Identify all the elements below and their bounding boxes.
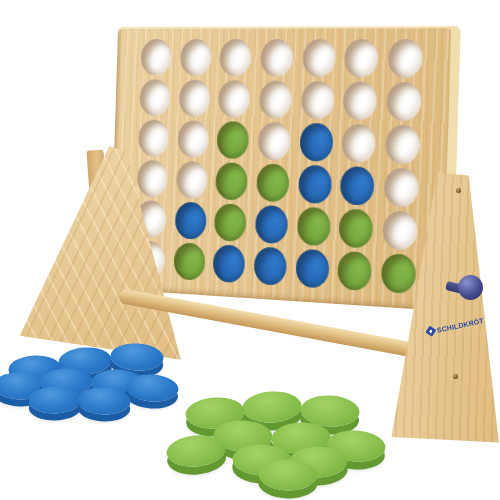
blue-disc-in-board (213, 244, 246, 283)
green-disc-in-board (381, 253, 416, 294)
board-cell-r1c7 (382, 37, 427, 80)
blue-loose-disc (125, 373, 180, 404)
board-cell-r4c3 (211, 160, 253, 203)
empty-hole (220, 39, 253, 76)
green-disc-in-board (337, 251, 372, 291)
empty-hole (383, 168, 418, 208)
empty-hole (139, 79, 170, 116)
blue-locking-knob (458, 275, 483, 300)
board-cell-r5c7 (377, 208, 422, 253)
board-cell-r1c4 (256, 37, 299, 79)
board-cell-r2c2 (174, 78, 215, 119)
blue-disc-in-board (295, 249, 329, 289)
board-cell-r6c7 (376, 251, 421, 297)
board-cell-r1c5 (297, 37, 341, 79)
connect-four-board (110, 26, 461, 312)
board-cell-r2c5 (296, 79, 340, 122)
blue-disc-in-board (175, 202, 207, 240)
board-cell-r2c6 (338, 79, 383, 122)
green-loose-disc (258, 459, 318, 491)
board-cell-r4c1 (133, 158, 173, 200)
green-loose-disc (242, 390, 303, 424)
empty-hole (343, 81, 378, 120)
empty-hole (180, 39, 212, 76)
green-disc-in-board (296, 207, 330, 246)
board-cell-r6c2 (169, 240, 210, 283)
green-disc-in-board (217, 121, 250, 159)
board-cell-r3c7 (380, 122, 425, 166)
connect-four-product-photo: SCHILDKRÖT (0, 0, 500, 500)
blue-disc-in-board (254, 247, 287, 286)
green-disc-in-board (173, 242, 205, 281)
empty-hole (385, 125, 421, 165)
board-cell-r3c5 (294, 121, 338, 164)
empty-hole (341, 124, 376, 163)
board-cell-r5c3 (210, 201, 252, 244)
screw-top (456, 188, 461, 193)
green-disc-in-board (339, 209, 374, 249)
board-cell-r2c3 (214, 78, 256, 120)
board-cell-r5c4 (250, 203, 293, 247)
green-disc-in-board (214, 203, 247, 242)
board-cell-r3c3 (212, 119, 254, 161)
empty-hole (258, 122, 291, 160)
empty-hole (386, 82, 422, 121)
blue-loose-disc (28, 386, 82, 415)
empty-hole (141, 39, 172, 75)
board-cell-r4c4 (252, 161, 295, 204)
green-disc-in-board (256, 164, 289, 203)
board-cell-r3c4 (253, 120, 296, 163)
board-cell-r3c2 (173, 118, 214, 160)
empty-hole (176, 161, 208, 199)
board-cell-r2c4 (254, 78, 297, 120)
empty-hole (382, 210, 417, 250)
empty-hole (137, 160, 168, 197)
empty-hole (260, 39, 293, 77)
board-cell-r1c1 (136, 37, 176, 78)
board-cell-r4c5 (293, 163, 337, 207)
empty-hole (344, 39, 379, 77)
blue-disc-in-board (255, 205, 288, 244)
empty-hole (218, 80, 251, 118)
board-cell-r3c6 (336, 122, 380, 166)
board-cell-r1c3 (215, 37, 257, 78)
blue-disc-in-board (340, 166, 375, 206)
board-cell-r4c6 (335, 164, 379, 208)
empty-hole (177, 120, 209, 158)
green-loose-disc (165, 433, 226, 469)
board-cell-r5c6 (334, 206, 378, 251)
board-cell-r6c3 (209, 242, 251, 286)
empty-hole (178, 80, 210, 117)
empty-hole (302, 39, 336, 77)
board-cell-r6c4 (249, 244, 292, 288)
empty-hole (259, 81, 292, 119)
empty-hole (300, 81, 334, 119)
board-cell-r1c2 (175, 37, 216, 78)
board-cell-r6c6 (333, 249, 377, 294)
green-disc-in-board (216, 162, 249, 200)
empty-hole (387, 39, 423, 78)
board-cell-r4c7 (378, 165, 423, 210)
screw-bottom (453, 374, 458, 379)
blue-disc-in-board (298, 165, 332, 204)
board-cell-r1c6 (339, 37, 384, 80)
blue-disc-in-board (299, 123, 333, 162)
board-cell-r6c5 (290, 246, 334, 291)
board-cell-r5c5 (292, 205, 336, 249)
board-cell-r3c1 (134, 117, 174, 158)
board-cell-r2c1 (135, 77, 175, 118)
board-grid (130, 37, 428, 297)
board-cell-r5c2 (170, 199, 211, 242)
board-cell-r2c7 (381, 80, 426, 124)
board-cell-r4c2 (171, 159, 212, 201)
empty-hole (138, 120, 169, 157)
